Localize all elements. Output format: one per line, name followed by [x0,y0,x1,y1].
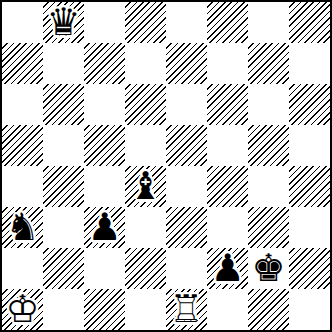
square-d8[interactable] [125,2,166,43]
black-pawn-icon[interactable]: ♟♟ [84,207,125,248]
square-g1[interactable] [248,289,289,330]
square-e2[interactable] [166,248,207,289]
square-d3[interactable] [125,207,166,248]
piece-glyph: ♟ [84,207,125,248]
square-g3[interactable] [248,207,289,248]
square-c7[interactable] [84,43,125,84]
black-bishop-icon[interactable]: ♝♝ [125,166,166,207]
square-g7[interactable] [248,43,289,84]
square-c5[interactable] [84,125,125,166]
square-d5[interactable] [125,125,166,166]
square-h2[interactable] [289,248,330,289]
piece-glyph: ♛ [43,2,84,43]
square-e3[interactable] [166,207,207,248]
square-c6[interactable] [84,84,125,125]
chess-board: ♛♛♝♝♞♞♟♟♟♟♚♚♚♔♜♖ [0,0,332,332]
square-c3[interactable]: ♟♟ [84,207,125,248]
piece-glyph: ♖ [166,289,207,330]
square-f7[interactable] [207,43,248,84]
square-b8[interactable]: ♛♛ [43,2,84,43]
square-a5[interactable] [2,125,43,166]
square-c4[interactable] [84,166,125,207]
piece-glyph: ♟ [207,248,248,289]
square-e1[interactable]: ♜♖ [166,289,207,330]
square-f4[interactable] [207,166,248,207]
square-a7[interactable] [2,43,43,84]
square-c1[interactable] [84,289,125,330]
black-king-icon[interactable]: ♚♚ [248,248,289,289]
square-e5[interactable] [166,125,207,166]
square-c2[interactable] [84,248,125,289]
square-c8[interactable] [84,2,125,43]
square-b5[interactable] [43,125,84,166]
square-h4[interactable] [289,166,330,207]
square-b6[interactable] [43,84,84,125]
square-f5[interactable] [207,125,248,166]
square-h7[interactable] [289,43,330,84]
square-f6[interactable] [207,84,248,125]
piece-glyph: ♞ [2,207,43,248]
piece-glyph: ♚ [248,248,289,289]
square-h3[interactable] [289,207,330,248]
black-pawn-icon[interactable]: ♟♟ [207,248,248,289]
square-a2[interactable] [2,248,43,289]
square-g5[interactable] [248,125,289,166]
square-b2[interactable] [43,248,84,289]
square-a4[interactable] [2,166,43,207]
square-e4[interactable] [166,166,207,207]
square-d1[interactable] [125,289,166,330]
square-a8[interactable] [2,2,43,43]
square-e8[interactable] [166,2,207,43]
white-rook-icon[interactable]: ♜♖ [166,289,207,330]
square-h1[interactable] [289,289,330,330]
square-b3[interactable] [43,207,84,248]
square-b4[interactable] [43,166,84,207]
square-b1[interactable] [43,289,84,330]
square-g8[interactable] [248,2,289,43]
black-knight-icon[interactable]: ♞♞ [2,207,43,248]
square-g2[interactable]: ♚♚ [248,248,289,289]
square-b7[interactable] [43,43,84,84]
white-king-icon[interactable]: ♚♔ [2,289,43,330]
square-h5[interactable] [289,125,330,166]
square-d2[interactable] [125,248,166,289]
piece-glyph: ♝ [125,166,166,207]
square-h6[interactable] [289,84,330,125]
square-a3[interactable]: ♞♞ [2,207,43,248]
square-f8[interactable] [207,2,248,43]
square-f2[interactable]: ♟♟ [207,248,248,289]
square-a6[interactable] [2,84,43,125]
square-a1[interactable]: ♚♔ [2,289,43,330]
square-f1[interactable] [207,289,248,330]
square-d6[interactable] [125,84,166,125]
square-d7[interactable] [125,43,166,84]
square-e7[interactable] [166,43,207,84]
square-g4[interactable] [248,166,289,207]
square-d4[interactable]: ♝♝ [125,166,166,207]
piece-glyph: ♔ [2,289,43,330]
square-h8[interactable] [289,2,330,43]
square-f3[interactable] [207,207,248,248]
square-g6[interactable] [248,84,289,125]
square-e6[interactable] [166,84,207,125]
black-queen-icon[interactable]: ♛♛ [43,2,84,43]
